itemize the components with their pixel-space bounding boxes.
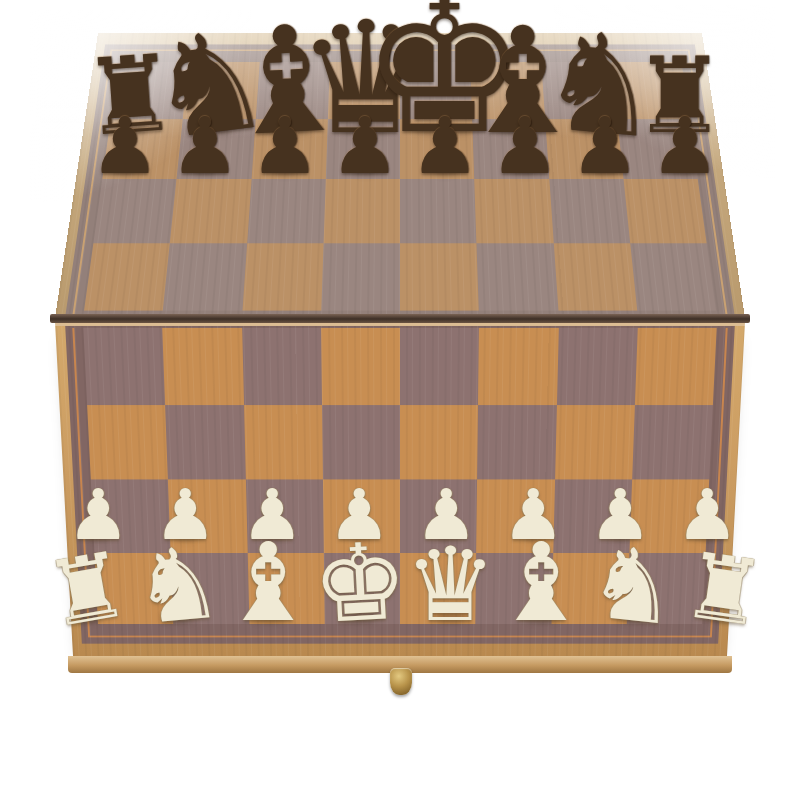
- piece-black-pawn-e7[interactable]: ♟: [410, 107, 480, 185]
- square-g5[interactable]: [553, 243, 637, 311]
- square-f3[interactable]: [477, 405, 556, 480]
- piece-white-knight-b1[interactable]: ♞: [128, 532, 226, 639]
- square-d3[interactable]: [322, 405, 400, 480]
- square-b4[interactable]: [162, 328, 243, 405]
- square-c4[interactable]: [242, 328, 322, 405]
- square-c3[interactable]: [244, 405, 323, 480]
- piece-white-knight-g1[interactable]: ♞: [583, 532, 683, 641]
- square-d5[interactable]: [321, 243, 400, 311]
- square-g3[interactable]: [555, 405, 635, 480]
- piece-black-pawn-a7[interactable]: ♟: [90, 107, 160, 185]
- piece-white-bishop-f1[interactable]: ♝: [493, 529, 590, 637]
- piece-white-queen-e1[interactable]: ♛: [405, 534, 496, 636]
- square-c5[interactable]: [242, 243, 323, 311]
- square-h3[interactable]: [632, 405, 713, 480]
- square-h4[interactable]: [635, 328, 717, 405]
- square-b5[interactable]: [163, 243, 247, 311]
- square-f4[interactable]: [478, 328, 558, 405]
- square-e4[interactable]: [400, 328, 479, 405]
- piece-black-pawn-d7[interactable]: ♟: [330, 107, 400, 185]
- square-e3[interactable]: [400, 405, 478, 480]
- square-g4[interactable]: [556, 328, 637, 405]
- piece-white-bishop-c1[interactable]: ♝: [220, 529, 317, 637]
- piece-black-pawn-f7[interactable]: ♟: [490, 107, 560, 185]
- chess-set-photo: ♜♞♝♛♚♝♞♜♟♟♟♟♟♟♟♟♟♟♟♟♟♟♟♟♜♞♝♚♛♝♞♜: [0, 0, 800, 800]
- square-d4[interactable]: [321, 328, 400, 405]
- piece-white-king-d1[interactable]: ♚: [309, 528, 409, 639]
- piece-black-pawn-h7[interactable]: ♟: [650, 107, 720, 185]
- fold-seam: [50, 314, 750, 323]
- piece-black-pawn-c7[interactable]: ♟: [250, 107, 320, 185]
- piece-black-pawn-b7[interactable]: ♟: [170, 107, 240, 185]
- square-a5[interactable]: [84, 243, 170, 311]
- square-e5[interactable]: [400, 243, 479, 311]
- square-f5[interactable]: [477, 243, 558, 311]
- piece-black-pawn-g7[interactable]: ♟: [570, 107, 640, 185]
- square-b3[interactable]: [165, 405, 245, 480]
- square-a3[interactable]: [87, 405, 168, 480]
- square-h5[interactable]: [630, 243, 716, 311]
- brass-clasp: [390, 668, 412, 695]
- piece-white-rook-a1[interactable]: ♜: [39, 538, 134, 641]
- square-a4[interactable]: [83, 328, 165, 405]
- piece-white-rook-h1[interactable]: ♜: [677, 539, 769, 639]
